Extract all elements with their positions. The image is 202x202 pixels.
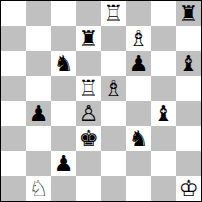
square-g8[interactable] [151, 1, 176, 26]
square-g1[interactable] [151, 176, 176, 201]
black-pawn[interactable]: ♟ [29, 101, 49, 126]
square-a4[interactable] [1, 101, 26, 126]
square-f3[interactable]: ♞ [126, 126, 151, 151]
square-c3[interactable] [51, 126, 76, 151]
square-e3[interactable] [101, 126, 126, 151]
white-bishop[interactable]: ♗ [129, 26, 149, 51]
square-a5[interactable] [1, 76, 26, 101]
square-b8[interactable] [26, 1, 51, 26]
black-knight[interactable]: ♞ [54, 51, 74, 76]
square-d4[interactable]: ♙ [76, 101, 101, 126]
square-e7[interactable] [101, 26, 126, 51]
square-g6[interactable] [151, 51, 176, 76]
square-g5[interactable] [151, 76, 176, 101]
square-e4[interactable] [101, 101, 126, 126]
square-g3[interactable] [151, 126, 176, 151]
square-a1[interactable] [1, 176, 26, 201]
square-a3[interactable] [1, 126, 26, 151]
square-d3[interactable]: ♚ [76, 126, 101, 151]
square-d6[interactable] [76, 51, 101, 76]
square-c8[interactable] [51, 1, 76, 26]
square-c6[interactable]: ♞ [51, 51, 76, 76]
black-bishop[interactable]: ♝ [179, 51, 199, 76]
white-pawn[interactable]: ♙ [79, 101, 99, 126]
square-h3[interactable] [176, 126, 201, 151]
square-c1[interactable] [51, 176, 76, 201]
square-f2[interactable] [126, 151, 151, 176]
black-rook[interactable]: ♜ [79, 26, 99, 51]
white-bishop[interactable]: ♗ [104, 76, 124, 101]
square-c2[interactable]: ♟ [51, 151, 76, 176]
square-b4[interactable]: ♟ [26, 101, 51, 126]
square-e2[interactable] [101, 151, 126, 176]
square-e5[interactable]: ♗ [101, 76, 126, 101]
square-h4[interactable] [176, 101, 201, 126]
black-knight[interactable]: ♞ [129, 126, 149, 151]
square-c5[interactable] [51, 76, 76, 101]
square-h8[interactable]: ♜ [176, 1, 201, 26]
chess-board: ♖♜♜♗♞♟♝♖♗♟♙♝♚♞♟♘♔ [0, 0, 202, 202]
square-f7[interactable]: ♗ [126, 26, 151, 51]
square-a7[interactable] [1, 26, 26, 51]
square-c7[interactable] [51, 26, 76, 51]
square-d1[interactable] [76, 176, 101, 201]
square-g7[interactable] [151, 26, 176, 51]
square-f4[interactable] [126, 101, 151, 126]
square-b3[interactable] [26, 126, 51, 151]
square-h1[interactable]: ♔ [176, 176, 201, 201]
square-d8[interactable] [76, 1, 101, 26]
square-f6[interactable]: ♟ [126, 51, 151, 76]
square-a6[interactable] [1, 51, 26, 76]
black-king[interactable]: ♚ [79, 126, 99, 151]
black-pawn[interactable]: ♟ [129, 51, 149, 76]
square-h5[interactable] [176, 76, 201, 101]
square-b6[interactable] [26, 51, 51, 76]
square-d7[interactable]: ♜ [76, 26, 101, 51]
square-f1[interactable] [126, 176, 151, 201]
square-e1[interactable] [101, 176, 126, 201]
square-h2[interactable] [176, 151, 201, 176]
square-b7[interactable] [26, 26, 51, 51]
square-f8[interactable] [126, 1, 151, 26]
square-b2[interactable] [26, 151, 51, 176]
black-rook[interactable]: ♜ [179, 1, 199, 26]
square-g2[interactable] [151, 151, 176, 176]
square-e6[interactable] [101, 51, 126, 76]
square-f5[interactable] [126, 76, 151, 101]
white-knight[interactable]: ♘ [29, 176, 49, 201]
square-h7[interactable] [176, 26, 201, 51]
white-rook[interactable]: ♖ [104, 1, 124, 26]
square-a8[interactable] [1, 1, 26, 26]
square-b5[interactable] [26, 76, 51, 101]
square-g4[interactable]: ♝ [151, 101, 176, 126]
square-a2[interactable] [1, 151, 26, 176]
square-c4[interactable] [51, 101, 76, 126]
square-d5[interactable]: ♖ [76, 76, 101, 101]
white-rook[interactable]: ♖ [79, 76, 99, 101]
square-d2[interactable] [76, 151, 101, 176]
square-e8[interactable]: ♖ [101, 1, 126, 26]
black-bishop[interactable]: ♝ [154, 101, 174, 126]
square-b1[interactable]: ♘ [26, 176, 51, 201]
black-pawn[interactable]: ♟ [54, 151, 74, 176]
white-king[interactable]: ♔ [179, 176, 199, 201]
square-h6[interactable]: ♝ [176, 51, 201, 76]
